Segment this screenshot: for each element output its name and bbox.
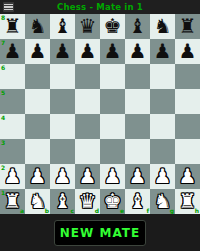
square-a1[interactable]: 1a♜ bbox=[0, 189, 25, 214]
square-d1[interactable]: d♛ bbox=[75, 189, 100, 214]
square-a6[interactable]: 6 bbox=[0, 64, 25, 89]
square-b5[interactable] bbox=[25, 89, 50, 114]
square-a2[interactable]: 2♟ bbox=[0, 164, 25, 189]
app-window: Chess - Mate in 1 8♜♞♝♛♚♝♞♜7♟♟♟♟♟♟♟♟6543… bbox=[0, 0, 200, 251]
rank-label-6: 6 bbox=[1, 64, 5, 71]
square-a3[interactable]: 3 bbox=[0, 139, 25, 164]
square-e4[interactable] bbox=[100, 114, 125, 139]
white-pawn[interactable]: ♟ bbox=[75, 164, 100, 189]
rank-label-3: 3 bbox=[1, 139, 5, 146]
square-c8[interactable]: ♝ bbox=[50, 14, 75, 39]
square-f4[interactable] bbox=[125, 114, 150, 139]
square-e6[interactable] bbox=[100, 64, 125, 89]
white-pawn[interactable]: ♟ bbox=[100, 164, 125, 189]
black-knight[interactable]: ♞ bbox=[150, 14, 175, 39]
white-knight[interactable]: ♞ bbox=[25, 189, 50, 214]
square-d7[interactable]: ♟ bbox=[75, 39, 100, 64]
white-pawn[interactable]: ♟ bbox=[150, 164, 175, 189]
square-f5[interactable] bbox=[125, 89, 150, 114]
bottom-bar: NEW MATE bbox=[0, 214, 200, 251]
rank-label-5: 5 bbox=[1, 89, 5, 96]
square-h4[interactable] bbox=[175, 114, 200, 139]
square-h8[interactable]: ♜ bbox=[175, 14, 200, 39]
square-h3[interactable] bbox=[175, 139, 200, 164]
black-bishop[interactable]: ♝ bbox=[50, 14, 75, 39]
white-rook[interactable]: ♜ bbox=[175, 189, 200, 214]
white-rook[interactable]: ♜ bbox=[0, 189, 25, 214]
square-a8[interactable]: 8♜ bbox=[0, 14, 25, 39]
white-pawn[interactable]: ♟ bbox=[25, 164, 50, 189]
black-pawn[interactable]: ♟ bbox=[175, 39, 200, 64]
black-rook[interactable]: ♜ bbox=[175, 14, 200, 39]
black-rook[interactable]: ♜ bbox=[0, 14, 25, 39]
black-bishop[interactable]: ♝ bbox=[125, 14, 150, 39]
black-pawn[interactable]: ♟ bbox=[0, 39, 25, 64]
square-b4[interactable] bbox=[25, 114, 50, 139]
square-a7[interactable]: 7♟ bbox=[0, 39, 25, 64]
square-e7[interactable]: ♟ bbox=[100, 39, 125, 64]
black-pawn[interactable]: ♟ bbox=[150, 39, 175, 64]
white-bishop[interactable]: ♝ bbox=[125, 189, 150, 214]
square-h6[interactable] bbox=[175, 64, 200, 89]
square-d6[interactable] bbox=[75, 64, 100, 89]
square-g3[interactable] bbox=[150, 139, 175, 164]
black-queen[interactable]: ♛ bbox=[75, 14, 100, 39]
black-pawn[interactable]: ♟ bbox=[75, 39, 100, 64]
square-e8[interactable]: ♚ bbox=[100, 14, 125, 39]
square-g5[interactable] bbox=[150, 89, 175, 114]
square-h1[interactable]: h♜ bbox=[175, 189, 200, 214]
square-g6[interactable] bbox=[150, 64, 175, 89]
square-h5[interactable] bbox=[175, 89, 200, 114]
square-d4[interactable] bbox=[75, 114, 100, 139]
black-pawn[interactable]: ♟ bbox=[125, 39, 150, 64]
square-c6[interactable] bbox=[50, 64, 75, 89]
square-f7[interactable]: ♟ bbox=[125, 39, 150, 64]
square-c5[interactable] bbox=[50, 89, 75, 114]
square-f2[interactable]: ♟ bbox=[125, 164, 150, 189]
square-d3[interactable] bbox=[75, 139, 100, 164]
square-a4[interactable]: 4 bbox=[0, 114, 25, 139]
square-b3[interactable] bbox=[25, 139, 50, 164]
black-king[interactable]: ♚ bbox=[100, 14, 125, 39]
square-h2[interactable]: ♟ bbox=[175, 164, 200, 189]
black-pawn[interactable]: ♟ bbox=[100, 39, 125, 64]
chess-board: 8♜♞♝♛♚♝♞♜7♟♟♟♟♟♟♟♟65432♟♟♟♟♟♟♟♟1a♜b♞c♝d♛… bbox=[0, 14, 200, 214]
square-e3[interactable] bbox=[100, 139, 125, 164]
square-g4[interactable] bbox=[150, 114, 175, 139]
square-h7[interactable]: ♟ bbox=[175, 39, 200, 64]
square-d5[interactable] bbox=[75, 89, 100, 114]
square-b1[interactable]: b♞ bbox=[25, 189, 50, 214]
hamburger-menu-icon[interactable] bbox=[3, 2, 14, 12]
white-pawn[interactable]: ♟ bbox=[125, 164, 150, 189]
rank-label-4: 4 bbox=[1, 114, 5, 121]
square-b7[interactable]: ♟ bbox=[25, 39, 50, 64]
square-c1[interactable]: c♝ bbox=[50, 189, 75, 214]
square-c3[interactable] bbox=[50, 139, 75, 164]
new-mate-button[interactable]: NEW MATE bbox=[54, 220, 146, 246]
square-g7[interactable]: ♟ bbox=[150, 39, 175, 64]
black-pawn[interactable]: ♟ bbox=[25, 39, 50, 64]
white-pawn[interactable]: ♟ bbox=[50, 164, 75, 189]
square-e1[interactable]: e♚ bbox=[100, 189, 125, 214]
white-queen[interactable]: ♛ bbox=[75, 189, 100, 214]
square-b2[interactable]: ♟ bbox=[25, 164, 50, 189]
black-knight[interactable]: ♞ bbox=[25, 14, 50, 39]
square-d8[interactable]: ♛ bbox=[75, 14, 100, 39]
square-f8[interactable]: ♝ bbox=[125, 14, 150, 39]
black-pawn[interactable]: ♟ bbox=[50, 39, 75, 64]
square-f3[interactable] bbox=[125, 139, 150, 164]
white-knight[interactable]: ♞ bbox=[150, 189, 175, 214]
square-a5[interactable]: 5 bbox=[0, 89, 25, 114]
square-f6[interactable] bbox=[125, 64, 150, 89]
square-e2[interactable]: ♟ bbox=[100, 164, 125, 189]
square-g1[interactable]: g♞ bbox=[150, 189, 175, 214]
square-f1[interactable]: f♝ bbox=[125, 189, 150, 214]
square-b8[interactable]: ♞ bbox=[25, 14, 50, 39]
square-g2[interactable]: ♟ bbox=[150, 164, 175, 189]
square-b6[interactable] bbox=[25, 64, 50, 89]
white-pawn[interactable]: ♟ bbox=[0, 164, 25, 189]
square-g8[interactable]: ♞ bbox=[150, 14, 175, 39]
square-c7[interactable]: ♟ bbox=[50, 39, 75, 64]
white-bishop[interactable]: ♝ bbox=[50, 189, 75, 214]
title-bar: Chess - Mate in 1 bbox=[0, 0, 200, 14]
white-pawn[interactable]: ♟ bbox=[175, 164, 200, 189]
white-king[interactable]: ♚ bbox=[100, 189, 125, 214]
square-c4[interactable] bbox=[50, 114, 75, 139]
square-c2[interactable]: ♟ bbox=[50, 164, 75, 189]
app-title: Chess - Mate in 1 bbox=[0, 0, 200, 14]
square-e5[interactable] bbox=[100, 89, 125, 114]
square-d2[interactable]: ♟ bbox=[75, 164, 100, 189]
